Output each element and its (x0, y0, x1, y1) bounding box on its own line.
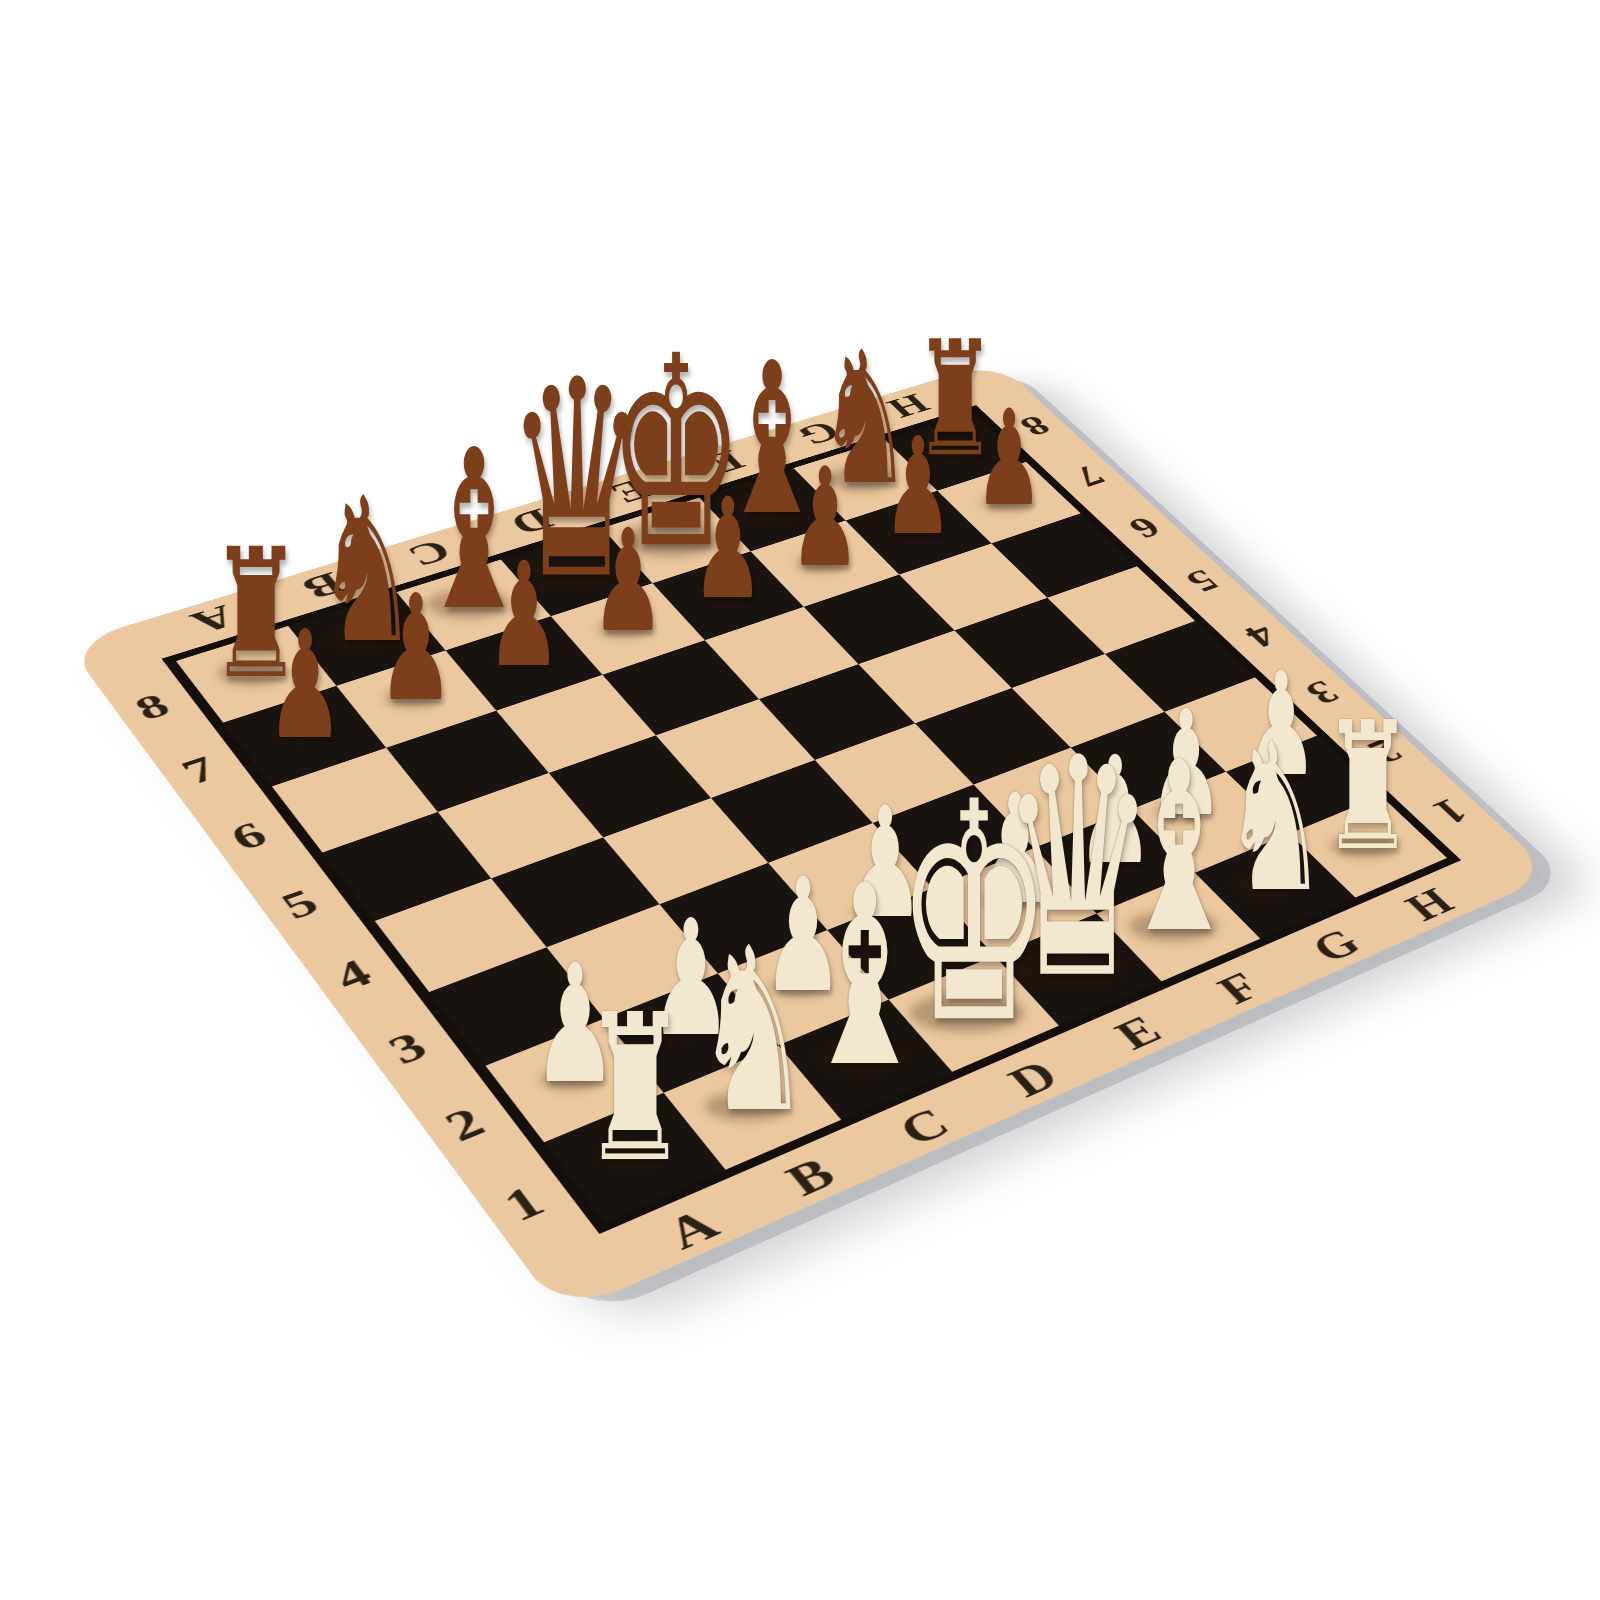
piece-black-pawn-c7[interactable]: ♟ (487, 543, 562, 687)
piece-white-rook-h1[interactable]: ♜ (1322, 699, 1414, 876)
piece-black-pawn-d7[interactable]: ♟ (591, 511, 665, 653)
piece-black-pawn-e7[interactable]: ♟ (692, 480, 764, 619)
piece-white-knight-g1[interactable]: ♞ (1222, 715, 1329, 920)
piece-black-pawn-a7[interactable]: ♟ (266, 611, 344, 760)
chess-set-photo: AABBCCDDEEFFGGHH8877665544332211 ♜♞♝♛♚♝♞… (0, 0, 1600, 1600)
piece-black-pawn-g7[interactable]: ♟ (884, 420, 954, 554)
piece-white-rook-a1[interactable]: ♜ (582, 988, 687, 1191)
piece-white-knight-b1[interactable]: ♞ (694, 919, 812, 1145)
piece-black-pawn-h7[interactable]: ♟ (975, 392, 1044, 524)
piece-black-pawn-b7[interactable]: ♟ (378, 576, 454, 723)
piece-black-pawn-f7[interactable]: ♟ (789, 449, 860, 586)
